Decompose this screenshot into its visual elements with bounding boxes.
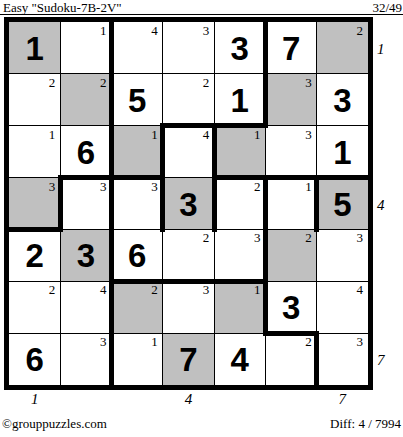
- sudoku-page: Easy "Sudoku-7B-2V" 32/49 11433722252133…: [0, 0, 403, 437]
- given-digit: 5: [112, 74, 163, 126]
- given-digit: 3: [60, 229, 111, 281]
- row-label-1: 1: [377, 41, 385, 58]
- corner-mark: 2: [9, 75, 55, 91]
- difficulty-text: Diff: 4 / 7994: [330, 416, 401, 432]
- given-digit: 5: [317, 178, 368, 230]
- corner-mark: 1: [112, 334, 158, 350]
- col-label-7: 7: [317, 391, 368, 408]
- given-digit: 1: [214, 74, 265, 126]
- corner-mark: 2: [60, 75, 106, 91]
- corner-mark: 4: [317, 282, 363, 298]
- corner-mark: 2: [317, 23, 363, 39]
- given-digit: 6: [112, 229, 163, 281]
- corner-mark: 1: [9, 127, 55, 143]
- corner-mark: 3: [60, 334, 106, 350]
- sudoku-board: 1143372225213316141313333215236232324231…: [4, 17, 373, 390]
- corner-mark: 4: [163, 127, 209, 143]
- corner-mark: 2: [265, 334, 311, 350]
- given-digit: 1: [9, 22, 60, 74]
- given-digit: 6: [9, 333, 60, 385]
- corner-mark: 2: [214, 179, 260, 195]
- corner-mark: 3: [163, 23, 209, 39]
- given-digit: 3: [214, 22, 265, 74]
- corner-mark: 3: [214, 230, 260, 246]
- corner-mark: 1: [214, 127, 260, 143]
- col-label-1: 1: [9, 391, 60, 408]
- corner-mark: 2: [112, 282, 158, 298]
- given-digit: 1: [317, 126, 368, 178]
- given-digit: 7: [265, 22, 316, 74]
- corner-mark: 1: [265, 179, 311, 195]
- col-label-4: 4: [163, 391, 214, 408]
- given-digit: 2: [9, 229, 60, 281]
- corner-mark: 3: [265, 127, 311, 143]
- corner-mark: 3: [9, 179, 55, 195]
- corner-mark: 2: [9, 282, 55, 298]
- corner-mark: 4: [112, 23, 158, 39]
- corner-mark: 3: [163, 282, 209, 298]
- corner-mark: 3: [317, 334, 363, 350]
- corner-mark: 3: [265, 75, 311, 91]
- row-label-7: 7: [377, 352, 385, 369]
- row-label-4: 4: [377, 197, 385, 214]
- header-divider: [0, 14, 403, 15]
- corner-mark: 3: [317, 230, 363, 246]
- corner-mark: 2: [265, 230, 311, 246]
- given-digit: 4: [214, 333, 265, 385]
- given-digit: 3: [317, 74, 368, 126]
- corner-mark: 4: [60, 282, 106, 298]
- corner-mark: 1: [60, 23, 106, 39]
- given-digit: 7: [163, 333, 214, 385]
- corner-mark: 3: [60, 179, 106, 195]
- corner-mark: 1: [112, 127, 158, 143]
- corner-mark: 1: [214, 282, 260, 298]
- corner-mark: 2: [163, 75, 209, 91]
- given-digit: 3: [265, 281, 316, 333]
- corner-mark: 2: [163, 230, 209, 246]
- given-digit: 3: [163, 178, 214, 230]
- given-digit: 6: [60, 126, 111, 178]
- corner-mark: 3: [112, 179, 158, 195]
- copyright-text: ©grouppuzzles.com: [2, 416, 107, 432]
